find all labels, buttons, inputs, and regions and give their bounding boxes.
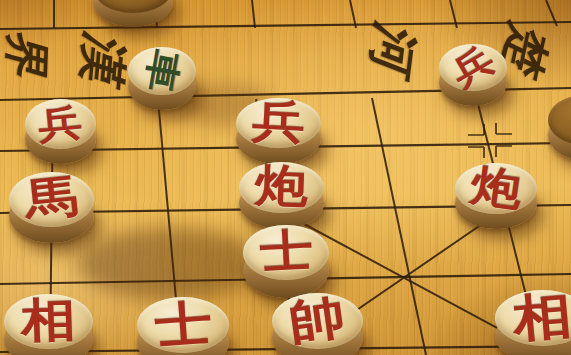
red-cannon-f3-character: 炮 [467,163,526,214]
red-advisor-c1[interactable]: 士 [137,297,229,355]
partial-piece-right[interactable] [548,95,571,160]
red-soldier-f5[interactable]: 兵 [439,44,507,106]
red-elephant-f1[interactable]: 相 [495,290,571,355]
red-elephant-b1[interactable]: 相 [4,294,93,355]
red-soldier-b4-character: 兵 [36,99,84,149]
red-soldier-b4-face: 兵 [25,99,96,149]
red-elephant-f1-character: 相 [510,290,571,346]
partial-piece-top[interactable] [93,0,173,27]
red-soldier-d4[interactable]: 兵 [236,98,321,164]
red-soldier-f5-face: 兵 [439,44,507,91]
red-cannon-f3-face: 炮 [455,163,537,214]
red-advisor-d2-character: 士 [258,225,314,280]
red-advisor-d2-face: 士 [243,225,329,280]
red-soldier-b4[interactable]: 兵 [25,99,96,164]
red-general-d1[interactable]: 帥 [272,293,363,355]
red-elephant-b1-character: 相 [19,294,76,349]
red-cannon-d3[interactable]: 炮 [239,162,324,229]
black-chariot-c5[interactable]: 車 [128,47,196,110]
black-chariot-c5-character: 車 [135,47,189,95]
red-horse-b3[interactable]: 馬 [9,172,94,243]
red-elephant-b1-face: 相 [4,294,93,349]
red-horse-b3-face: 馬 [9,172,94,227]
red-cannon-d3-character: 炮 [253,162,308,213]
red-horse-b3-character: 馬 [21,172,80,227]
red-soldier-d4-character: 兵 [250,98,306,148]
red-general-d1-face: 帥 [272,293,363,349]
black-chariot-c5-face: 車 [128,47,196,95]
red-general-d1-character: 帥 [285,293,349,349]
xiangqi-board-photo: 界漢河楚 [0,0,571,355]
red-soldier-f5-character: 兵 [443,44,503,91]
red-advisor-c1-character: 士 [152,297,213,353]
red-cannon-d3-face: 炮 [239,162,324,213]
red-cannon-f3[interactable]: 炮 [455,163,537,229]
red-advisor-c1-face: 士 [137,297,229,353]
red-advisor-d2[interactable]: 士 [243,225,329,298]
red-soldier-d4-face: 兵 [236,98,321,148]
